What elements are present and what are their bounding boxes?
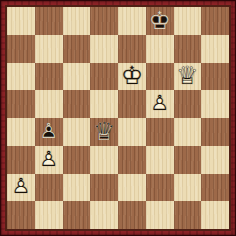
white-pawn[interactable]: ♟♙ — [146, 90, 174, 118]
square-b4[interactable]: ♟♙ — [35, 118, 63, 146]
square-a3[interactable] — [7, 146, 35, 174]
square-c6[interactable] — [63, 63, 91, 91]
square-c4[interactable] — [63, 118, 91, 146]
square-b2[interactable] — [35, 174, 63, 202]
square-b3[interactable]: ♟♙ — [35, 146, 63, 174]
square-f7[interactable] — [146, 35, 174, 63]
square-d2[interactable] — [90, 174, 118, 202]
white-pawn[interactable]: ♟♙ — [7, 174, 35, 202]
square-h8[interactable] — [201, 7, 229, 35]
square-h6[interactable] — [201, 63, 229, 91]
square-d1[interactable] — [90, 201, 118, 229]
square-g6[interactable]: ♛♕ — [174, 63, 202, 91]
square-e5[interactable] — [118, 90, 146, 118]
square-c7[interactable] — [63, 35, 91, 63]
square-c5[interactable] — [63, 90, 91, 118]
square-h4[interactable] — [201, 118, 229, 146]
square-f6[interactable] — [146, 63, 174, 91]
board-frame: ♚♔♚♔♛♕♟♙♟♙♛♕♟♙♟♙ — [0, 0, 236, 236]
square-b6[interactable] — [35, 63, 63, 91]
square-a7[interactable] — [7, 35, 35, 63]
square-a8[interactable] — [7, 7, 35, 35]
square-d8[interactable] — [90, 7, 118, 35]
square-g5[interactable] — [174, 90, 202, 118]
square-h7[interactable] — [201, 35, 229, 63]
square-g2[interactable] — [174, 174, 202, 202]
white-pawn-outline-icon: ♙ — [7, 174, 35, 202]
square-d5[interactable] — [90, 90, 118, 118]
square-a5[interactable] — [7, 90, 35, 118]
white-pawn-outline-icon: ♙ — [35, 146, 63, 174]
square-b8[interactable] — [35, 7, 63, 35]
square-e3[interactable] — [118, 146, 146, 174]
square-f4[interactable] — [146, 118, 174, 146]
white-pawn-outline-icon: ♙ — [146, 90, 174, 118]
square-h3[interactable] — [201, 146, 229, 174]
square-c2[interactable] — [63, 174, 91, 202]
square-g3[interactable] — [174, 146, 202, 174]
black-pawn-outline-icon: ♙ — [35, 118, 63, 146]
white-queen[interactable]: ♛♕ — [174, 63, 202, 91]
black-queen[interactable]: ♛♕ — [90, 118, 118, 146]
white-pawn[interactable]: ♟♙ — [35, 146, 63, 174]
square-a1[interactable] — [7, 201, 35, 229]
square-f2[interactable] — [146, 174, 174, 202]
square-e7[interactable] — [118, 35, 146, 63]
square-b1[interactable] — [35, 201, 63, 229]
white-king-outline-icon: ♔ — [118, 63, 146, 91]
square-d3[interactable] — [90, 146, 118, 174]
square-g8[interactable] — [174, 7, 202, 35]
square-d7[interactable] — [90, 35, 118, 63]
square-d4[interactable]: ♛♕ — [90, 118, 118, 146]
square-e8[interactable] — [118, 7, 146, 35]
square-a4[interactable] — [7, 118, 35, 146]
black-king[interactable]: ♚♔ — [146, 7, 174, 35]
square-d6[interactable] — [90, 63, 118, 91]
square-f3[interactable] — [146, 146, 174, 174]
square-c3[interactable] — [63, 146, 91, 174]
square-a6[interactable] — [7, 63, 35, 91]
white-queen-outline-icon: ♕ — [174, 63, 202, 91]
square-b7[interactable] — [35, 35, 63, 63]
square-h2[interactable] — [201, 174, 229, 202]
square-e1[interactable] — [118, 201, 146, 229]
square-c1[interactable] — [63, 201, 91, 229]
square-a2[interactable]: ♟♙ — [7, 174, 35, 202]
square-e6[interactable]: ♚♔ — [118, 63, 146, 91]
square-e2[interactable] — [118, 174, 146, 202]
white-king[interactable]: ♚♔ — [118, 63, 146, 91]
square-h1[interactable] — [201, 201, 229, 229]
square-f1[interactable] — [146, 201, 174, 229]
square-e4[interactable] — [118, 118, 146, 146]
chess-board: ♚♔♚♔♛♕♟♙♟♙♛♕♟♙♟♙ — [7, 7, 229, 229]
square-f8[interactable]: ♚♔ — [146, 7, 174, 35]
square-b5[interactable] — [35, 90, 63, 118]
square-f5[interactable]: ♟♙ — [146, 90, 174, 118]
square-g1[interactable] — [174, 201, 202, 229]
black-pawn[interactable]: ♟♙ — [35, 118, 63, 146]
square-h5[interactable] — [201, 90, 229, 118]
square-c8[interactable] — [63, 7, 91, 35]
black-king-outline-icon: ♔ — [146, 7, 174, 35]
black-queen-outline-icon: ♕ — [90, 118, 118, 146]
square-g7[interactable] — [174, 35, 202, 63]
square-g4[interactable] — [174, 118, 202, 146]
